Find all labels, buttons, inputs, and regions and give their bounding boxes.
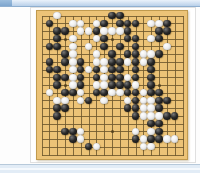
white-stone — [147, 143, 154, 150]
white-stone — [77, 27, 84, 34]
black-stone — [77, 66, 84, 73]
black-stone — [132, 104, 139, 111]
star-point — [111, 130, 114, 133]
black-stone — [53, 35, 60, 42]
black-stone — [124, 104, 131, 111]
window-titlebar-fragment — [0, 0, 12, 6]
black-stone — [93, 74, 100, 81]
black-stone — [124, 20, 131, 27]
white-stone — [85, 43, 92, 50]
black-stone — [53, 74, 60, 81]
black-stone — [46, 43, 53, 50]
black-stone — [61, 89, 68, 96]
white-stone — [163, 43, 170, 50]
white-stone — [69, 20, 76, 27]
white-stone — [163, 135, 170, 142]
white-stone — [85, 66, 92, 73]
grid-line-horizontal — [42, 155, 184, 156]
black-stone — [132, 43, 139, 50]
black-stone — [61, 27, 68, 34]
white-stone — [140, 104, 147, 111]
black-stone — [147, 66, 154, 73]
black-stone — [163, 27, 170, 34]
black-stone — [100, 89, 107, 96]
star-point — [158, 84, 161, 87]
white-stone — [132, 128, 139, 135]
black-stone — [77, 81, 84, 88]
white-stone — [124, 74, 131, 81]
white-stone — [155, 112, 162, 119]
white-stone — [100, 58, 107, 65]
white-stone — [140, 135, 147, 142]
black-stone — [147, 74, 154, 81]
white-stone — [132, 81, 139, 88]
white-stone — [93, 58, 100, 65]
black-stone — [46, 58, 53, 65]
black-stone — [108, 81, 115, 88]
white-stone — [100, 81, 107, 88]
white-stone — [69, 58, 76, 65]
black-stone — [108, 58, 115, 65]
black-stone — [163, 20, 170, 27]
white-stone — [69, 35, 76, 42]
grid-line-vertical — [183, 16, 184, 156]
black-stone — [147, 120, 154, 127]
white-stone — [147, 35, 154, 42]
black-stone — [100, 35, 107, 42]
black-stone — [46, 20, 53, 27]
black-stone — [93, 27, 100, 34]
white-stone — [100, 97, 107, 104]
black-stone — [77, 74, 84, 81]
black-stone — [69, 89, 76, 96]
black-stone — [61, 58, 68, 65]
black-stone — [53, 104, 60, 111]
white-stone — [53, 97, 60, 104]
black-stone — [163, 97, 170, 104]
star-point — [111, 38, 114, 41]
white-stone — [155, 20, 162, 27]
black-stone — [46, 66, 53, 73]
black-stone — [132, 66, 139, 73]
white-stone — [124, 97, 131, 104]
black-stone — [124, 81, 131, 88]
white-stone — [85, 27, 92, 34]
black-stone — [108, 12, 115, 19]
black-stone — [155, 89, 162, 96]
black-stone — [132, 89, 139, 96]
black-stone — [155, 35, 162, 42]
black-stone — [116, 43, 123, 50]
black-stone — [171, 112, 178, 119]
black-stone — [132, 50, 139, 57]
black-stone — [147, 58, 154, 65]
go-board[interactable] — [36, 10, 188, 160]
white-stone — [100, 27, 107, 34]
white-stone — [93, 50, 100, 57]
black-stone — [100, 20, 107, 27]
white-stone — [140, 112, 147, 119]
black-stone — [124, 89, 131, 96]
black-stone — [124, 50, 131, 57]
black-stone — [132, 35, 139, 42]
black-stone — [124, 35, 131, 42]
black-stone — [116, 74, 123, 81]
white-stone — [140, 58, 147, 65]
black-stone — [69, 128, 76, 135]
black-stone — [61, 104, 68, 111]
white-stone — [171, 135, 178, 142]
black-stone — [53, 66, 60, 73]
white-stone — [100, 74, 107, 81]
white-stone — [140, 50, 147, 57]
black-stone — [155, 135, 162, 142]
white-stone — [147, 50, 154, 57]
black-stone — [77, 58, 84, 65]
white-stone — [93, 81, 100, 88]
black-stone — [147, 135, 154, 142]
white-stone — [69, 66, 76, 73]
black-stone — [61, 128, 68, 135]
white-stone — [69, 74, 76, 81]
black-stone — [85, 143, 92, 150]
black-stone — [116, 20, 123, 27]
white-stone — [77, 89, 84, 96]
black-stone — [116, 58, 123, 65]
white-stone — [140, 89, 147, 96]
white-stone — [69, 50, 76, 57]
grid-line-horizontal — [42, 147, 184, 148]
white-stone — [77, 20, 84, 27]
white-stone — [53, 12, 60, 19]
black-stone — [69, 135, 76, 142]
black-stone — [147, 89, 154, 96]
window-bottom-bar — [0, 164, 200, 173]
black-stone — [93, 66, 100, 73]
white-stone — [116, 89, 123, 96]
window-top-bar — [0, 0, 200, 7]
white-stone — [147, 20, 154, 27]
black-stone — [155, 120, 162, 127]
white-stone — [116, 27, 123, 34]
white-stone — [93, 143, 100, 150]
white-stone — [77, 135, 84, 142]
black-stone — [116, 12, 123, 19]
board-panel — [30, 7, 196, 163]
black-stone — [155, 97, 162, 104]
black-stone — [53, 112, 60, 119]
white-stone — [77, 97, 84, 104]
black-stone — [124, 27, 131, 34]
black-stone — [155, 104, 162, 111]
black-stone — [61, 50, 68, 57]
white-stone — [69, 43, 76, 50]
white-stone — [46, 89, 53, 96]
black-stone — [108, 74, 115, 81]
black-stone — [147, 81, 154, 88]
white-stone — [140, 143, 147, 150]
white-stone — [140, 97, 147, 104]
black-stone — [53, 81, 60, 88]
black-stone — [53, 43, 60, 50]
white-stone — [77, 128, 84, 135]
black-stone — [116, 81, 123, 88]
black-stone — [53, 27, 60, 34]
white-stone — [108, 27, 115, 34]
black-stone — [132, 112, 139, 119]
black-stone — [155, 50, 162, 57]
black-stone — [132, 74, 139, 81]
white-stone — [147, 97, 154, 104]
white-stone — [147, 112, 154, 119]
white-stone — [147, 104, 154, 111]
black-stone — [132, 58, 139, 65]
black-stone — [116, 66, 123, 73]
white-stone — [61, 97, 68, 104]
black-stone — [93, 89, 100, 96]
white-stone — [93, 35, 100, 42]
black-stone — [163, 112, 170, 119]
black-stone — [108, 50, 115, 57]
black-stone — [108, 66, 115, 73]
bottom-bar-divider — [0, 168, 200, 170]
white-stone — [69, 81, 76, 88]
black-stone — [100, 43, 107, 50]
white-stone — [93, 20, 100, 27]
white-stone — [108, 89, 115, 96]
star-point — [64, 84, 67, 87]
black-stone — [132, 135, 139, 142]
black-stone — [61, 74, 68, 81]
star-point — [64, 38, 67, 41]
black-stone — [132, 97, 139, 104]
black-stone — [132, 20, 139, 27]
white-stone — [124, 58, 131, 65]
black-stone — [85, 97, 92, 104]
white-stone — [100, 66, 107, 73]
white-stone — [147, 128, 154, 135]
black-stone — [155, 128, 162, 135]
black-stone — [155, 27, 162, 34]
